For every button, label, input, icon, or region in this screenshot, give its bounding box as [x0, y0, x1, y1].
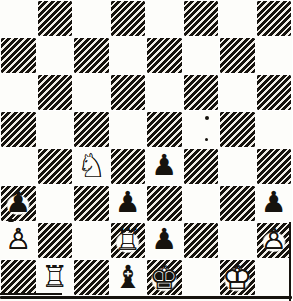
white-pawn-piece[interactable]: ♙ — [261, 225, 287, 254]
square-c6[interactable] — [73, 74, 110, 111]
white-king-piece[interactable]: ♔ — [222, 260, 252, 294]
black-king-piece[interactable]: ♚ — [149, 260, 179, 294]
square-h5[interactable] — [256, 111, 293, 148]
square-e8[interactable] — [146, 0, 183, 37]
square-c2[interactable] — [73, 222, 110, 259]
bottom-border-fragment — [0, 293, 62, 295]
square-b3[interactable] — [37, 185, 74, 222]
square-c5[interactable] — [73, 111, 110, 148]
square-g6[interactable] — [219, 74, 256, 111]
black-pawn-piece[interactable]: ♟ — [151, 151, 177, 180]
square-c7[interactable] — [73, 37, 110, 74]
square-h4[interactable] — [256, 148, 293, 185]
right-border-line — [289, 222, 291, 301]
square-e6[interactable] — [146, 74, 183, 111]
square-d1[interactable]: ♝ — [110, 259, 147, 296]
square-e2[interactable]: ♟ — [146, 222, 183, 259]
square-f1[interactable] — [183, 259, 220, 296]
square-b8[interactable] — [37, 0, 74, 37]
square-f6[interactable] — [183, 74, 220, 111]
white-pawn-piece[interactable]: ♙ — [5, 225, 31, 254]
square-c8[interactable] — [73, 0, 110, 37]
square-b4[interactable] — [37, 148, 74, 185]
white-rook-piece[interactable]: ♖ — [114, 225, 141, 255]
square-h2[interactable]: ♙ — [256, 222, 293, 259]
square-f3[interactable] — [183, 185, 220, 222]
square-h1[interactable] — [256, 259, 293, 296]
black-pawn-piece[interactable]: ♟ — [261, 188, 287, 217]
square-a3[interactable]: ♟ — [0, 185, 37, 222]
square-b5[interactable] — [37, 111, 74, 148]
square-b1[interactable]: ♖ — [37, 259, 74, 296]
square-b6[interactable] — [37, 74, 74, 111]
square-g7[interactable] — [219, 37, 256, 74]
square-a7[interactable] — [0, 37, 37, 74]
square-h7[interactable] — [256, 37, 293, 74]
square-d7[interactable] — [110, 37, 147, 74]
square-g1[interactable]: ♔ — [219, 259, 256, 296]
white-knight-piece[interactable]: ♘ — [76, 149, 106, 182]
square-g4[interactable] — [219, 148, 256, 185]
square-f2[interactable] — [183, 222, 220, 259]
print-speck — [205, 116, 209, 120]
square-h8[interactable] — [256, 0, 293, 37]
square-a4[interactable] — [0, 148, 37, 185]
square-c1[interactable] — [73, 259, 110, 296]
bottom-border-line — [0, 296, 292, 299]
chess-board: ♘♟♟♟♟♙♖♟♙♖♝♚♔ — [0, 0, 292, 296]
square-d6[interactable] — [110, 74, 147, 111]
square-b7[interactable] — [37, 37, 74, 74]
square-d8[interactable] — [110, 0, 147, 37]
square-d4[interactable] — [110, 148, 147, 185]
square-d3[interactable]: ♟ — [110, 185, 147, 222]
square-a1[interactable] — [0, 259, 37, 296]
square-g2[interactable] — [219, 222, 256, 259]
square-b2[interactable] — [37, 222, 74, 259]
square-h6[interactable] — [256, 74, 293, 111]
black-pawn-piece[interactable]: ♟ — [5, 188, 31, 217]
square-e5[interactable] — [146, 111, 183, 148]
square-a6[interactable] — [0, 74, 37, 111]
square-e1[interactable]: ♚ — [146, 259, 183, 296]
chess-diagram-page: ♘♟♟♟♟♙♖♟♙♖♝♚♔ — [0, 0, 292, 301]
square-a2[interactable]: ♙ — [0, 222, 37, 259]
square-e3[interactable] — [146, 185, 183, 222]
square-h3[interactable]: ♟ — [256, 185, 293, 222]
square-g5[interactable] — [219, 111, 256, 148]
print-speck — [205, 138, 208, 141]
square-a5[interactable] — [0, 111, 37, 148]
square-f7[interactable] — [183, 37, 220, 74]
square-g3[interactable] — [219, 185, 256, 222]
square-c3[interactable] — [73, 185, 110, 222]
white-rook-piece[interactable]: ♖ — [41, 262, 68, 292]
black-pawn-piece[interactable]: ♟ — [151, 225, 177, 254]
square-d5[interactable] — [110, 111, 147, 148]
square-e4[interactable]: ♟ — [146, 148, 183, 185]
square-a8[interactable] — [0, 0, 37, 37]
black-bishop-piece[interactable]: ♝ — [113, 261, 142, 293]
print-speck — [8, 219, 14, 222]
square-f5[interactable] — [183, 111, 220, 148]
square-g8[interactable] — [219, 0, 256, 37]
square-d2[interactable]: ♖ — [110, 222, 147, 259]
square-f8[interactable] — [183, 0, 220, 37]
black-pawn-piece[interactable]: ♟ — [115, 188, 141, 217]
square-e7[interactable] — [146, 37, 183, 74]
square-c4[interactable]: ♘ — [73, 148, 110, 185]
square-f4[interactable] — [183, 148, 220, 185]
